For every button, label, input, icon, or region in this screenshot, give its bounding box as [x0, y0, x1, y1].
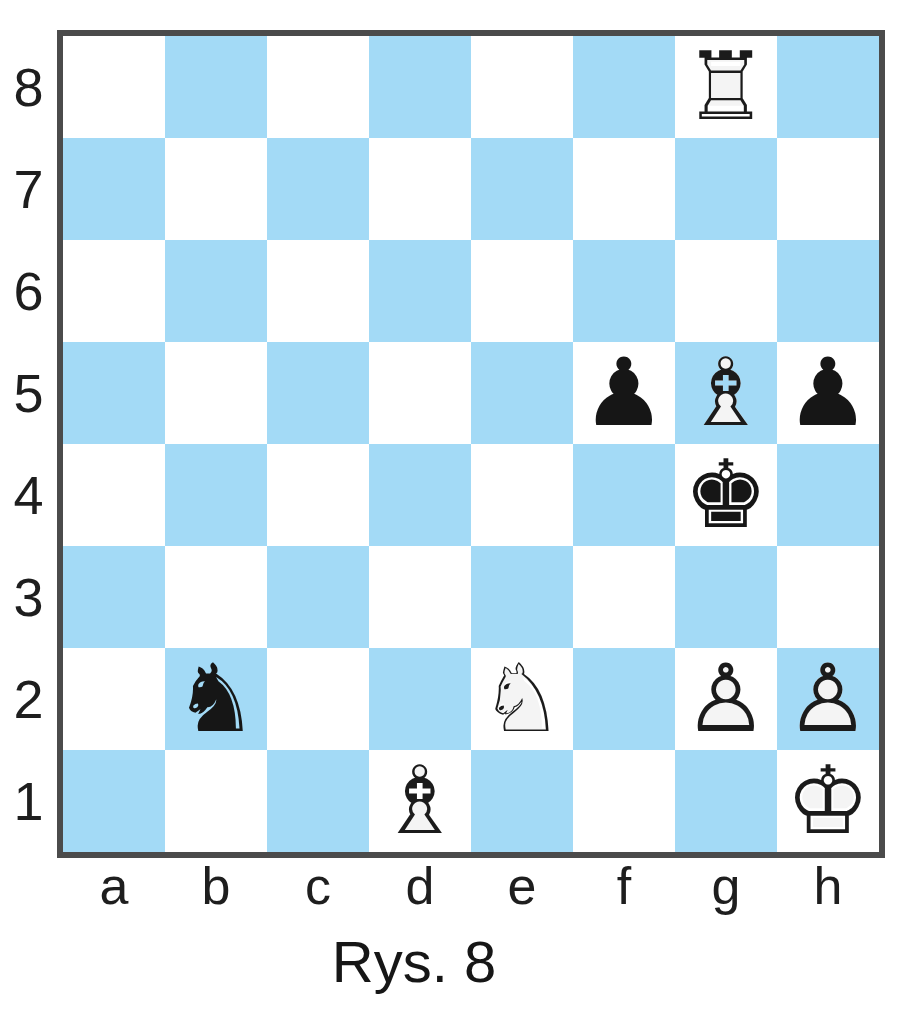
square-d3 [369, 546, 471, 648]
square-g5: ♝♗ [675, 342, 777, 444]
square-a5 [63, 342, 165, 444]
square-b8 [165, 36, 267, 138]
square-f7 [573, 138, 675, 240]
rank-label-4: 4 [0, 444, 57, 546]
square-a1 [63, 750, 165, 852]
square-e2: ♞♘ [471, 648, 573, 750]
file-label-a: a [63, 856, 165, 916]
file-label-c: c [267, 856, 369, 916]
rank-label-2: 2 [0, 648, 57, 750]
square-h6 [777, 240, 879, 342]
square-h1: ♚♔ [777, 750, 879, 852]
square-a2 [63, 648, 165, 750]
square-f6 [573, 240, 675, 342]
square-d5 [369, 342, 471, 444]
square-b3 [165, 546, 267, 648]
white-king: ♔ [777, 750, 879, 852]
rank-label-8: 8 [0, 36, 57, 138]
square-d4 [369, 444, 471, 546]
square-c2 [267, 648, 369, 750]
square-d2 [369, 648, 471, 750]
square-b4 [165, 444, 267, 546]
square-h2: ♟♙ [777, 648, 879, 750]
rank-label-6: 6 [0, 240, 57, 342]
square-e6 [471, 240, 573, 342]
square-f4 [573, 444, 675, 546]
square-c5 [267, 342, 369, 444]
square-g7 [675, 138, 777, 240]
black-king: ♚ [675, 444, 777, 546]
square-f5: ♟ [573, 342, 675, 444]
square-e3 [471, 546, 573, 648]
square-c6 [267, 240, 369, 342]
square-f8 [573, 36, 675, 138]
file-label-b: b [165, 856, 267, 916]
rank-label-7: 7 [0, 138, 57, 240]
square-g8: ♜♖ [675, 36, 777, 138]
square-g2: ♟♙ [675, 648, 777, 750]
square-e5 [471, 342, 573, 444]
black-pawn: ♟ [777, 342, 879, 444]
square-a3 [63, 546, 165, 648]
square-d8 [369, 36, 471, 138]
file-label-g: g [675, 856, 777, 916]
file-label-f: f [573, 856, 675, 916]
square-a6 [63, 240, 165, 342]
square-f3 [573, 546, 675, 648]
square-d7 [369, 138, 471, 240]
white-pawn: ♙ [675, 648, 777, 750]
square-c4 [267, 444, 369, 546]
square-f1 [573, 750, 675, 852]
square-e1 [471, 750, 573, 852]
black-pawn: ♟ [573, 342, 675, 444]
rank-label-1: 1 [0, 750, 57, 852]
white-knight: ♘ [471, 648, 573, 750]
square-h5: ♟ [777, 342, 879, 444]
square-b1 [165, 750, 267, 852]
square-h3 [777, 546, 879, 648]
white-rook: ♖ [675, 36, 777, 138]
square-d6 [369, 240, 471, 342]
square-c3 [267, 546, 369, 648]
square-g3 [675, 546, 777, 648]
square-a7 [63, 138, 165, 240]
square-e4 [471, 444, 573, 546]
file-label-h: h [777, 856, 879, 916]
square-h8 [777, 36, 879, 138]
figure-caption: Rys. 8 [0, 928, 828, 995]
square-a8 [63, 36, 165, 138]
square-e7 [471, 138, 573, 240]
square-b6 [165, 240, 267, 342]
square-g1 [675, 750, 777, 852]
square-e8 [471, 36, 573, 138]
chess-board: ♜♖♟♝♗♟♚♞♞♘♟♙♟♙♝♗♚♔ [57, 30, 885, 858]
square-f2 [573, 648, 675, 750]
file-labels: abcdefgh [63, 856, 879, 916]
file-label-e: e [471, 856, 573, 916]
square-h7 [777, 138, 879, 240]
square-h4 [777, 444, 879, 546]
square-c7 [267, 138, 369, 240]
square-c8 [267, 36, 369, 138]
chess-diagram: 87654321 ♜♖♟♝♗♟♚♞♞♘♟♙♟♙♝♗♚♔ abcdefgh Rys… [0, 0, 900, 1026]
black-knight: ♞ [165, 648, 267, 750]
square-c1 [267, 750, 369, 852]
rank-labels: 87654321 [0, 36, 57, 852]
white-bishop: ♗ [675, 342, 777, 444]
rank-label-5: 5 [0, 342, 57, 444]
square-b5 [165, 342, 267, 444]
rank-label-3: 3 [0, 546, 57, 648]
square-g6 [675, 240, 777, 342]
white-bishop: ♗ [369, 750, 471, 852]
square-b7 [165, 138, 267, 240]
white-pawn: ♙ [777, 648, 879, 750]
square-b2: ♞ [165, 648, 267, 750]
file-label-d: d [369, 856, 471, 916]
square-d1: ♝♗ [369, 750, 471, 852]
square-g4: ♚ [675, 444, 777, 546]
square-a4 [63, 444, 165, 546]
